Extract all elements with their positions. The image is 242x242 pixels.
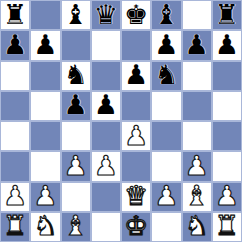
square-d7[interactable] — [91, 30, 121, 60]
square-c8[interactable]: ♝ — [61, 0, 91, 30]
square-e7[interactable] — [121, 30, 151, 60]
square-g5[interactable] — [182, 91, 212, 121]
square-a2[interactable]: ♟ — [0, 182, 30, 212]
black-pawn-icon[interactable]: ♟ — [124, 61, 148, 88]
chess-board: ♜♝♛♚♝♜♟♟♟♟♟♞♟♞♟♟♟♟♟♟♟♟♛♟♝♟♜♞♝♚♞♜ — [0, 0, 242, 242]
black-pawn-icon[interactable]: ♟ — [154, 31, 178, 58]
square-b2[interactable]: ♟ — [30, 182, 60, 212]
square-h3[interactable] — [212, 151, 242, 181]
square-f1[interactable] — [151, 212, 181, 242]
square-c3[interactable]: ♟ — [61, 151, 91, 181]
square-a4[interactable] — [0, 121, 30, 151]
square-f8[interactable]: ♝ — [151, 0, 181, 30]
white-knight-icon[interactable]: ♞ — [33, 212, 57, 239]
square-a7[interactable]: ♟ — [0, 30, 30, 60]
square-c1[interactable]: ♝ — [61, 212, 91, 242]
square-a1[interactable]: ♜ — [0, 212, 30, 242]
square-e1[interactable]: ♚ — [121, 212, 151, 242]
black-pawn-icon[interactable]: ♟ — [94, 91, 118, 118]
square-a5[interactable] — [0, 91, 30, 121]
square-h6[interactable] — [212, 61, 242, 91]
square-a3[interactable] — [0, 151, 30, 181]
square-e2[interactable]: ♛ — [121, 182, 151, 212]
black-bishop-icon[interactable]: ♝ — [154, 1, 178, 28]
square-h1[interactable]: ♜ — [212, 212, 242, 242]
square-e4[interactable]: ♟ — [121, 121, 151, 151]
square-g4[interactable] — [182, 121, 212, 151]
square-h2[interactable]: ♟ — [212, 182, 242, 212]
square-h8[interactable]: ♜ — [212, 0, 242, 30]
white-bishop-icon[interactable]: ♝ — [64, 212, 88, 239]
white-knight-icon[interactable]: ♞ — [185, 212, 209, 239]
white-pawn-icon[interactable]: ♟ — [3, 182, 27, 209]
square-f4[interactable] — [151, 121, 181, 151]
black-rook-icon[interactable]: ♜ — [215, 1, 239, 28]
square-b1[interactable]: ♞ — [30, 212, 60, 242]
square-e6[interactable]: ♟ — [121, 61, 151, 91]
square-d4[interactable] — [91, 121, 121, 151]
square-f2[interactable]: ♟ — [151, 182, 181, 212]
black-pawn-icon[interactable]: ♟ — [3, 31, 27, 58]
black-knight-icon[interactable]: ♞ — [64, 61, 88, 88]
square-e8[interactable]: ♚ — [121, 0, 151, 30]
white-pawn-icon[interactable]: ♟ — [185, 152, 209, 179]
white-pawn-icon[interactable]: ♟ — [64, 152, 88, 179]
black-rook-icon[interactable]: ♜ — [3, 1, 27, 28]
black-bishop-icon[interactable]: ♝ — [64, 1, 88, 28]
black-queen-icon[interactable]: ♛ — [94, 1, 118, 28]
square-d8[interactable]: ♛ — [91, 0, 121, 30]
white-rook-icon[interactable]: ♜ — [3, 212, 27, 239]
black-knight-icon[interactable]: ♞ — [154, 61, 178, 88]
black-pawn-icon[interactable]: ♟ — [33, 31, 57, 58]
white-pawn-icon[interactable]: ♟ — [124, 122, 148, 149]
white-pawn-icon[interactable]: ♟ — [215, 182, 239, 209]
square-e3[interactable] — [121, 151, 151, 181]
square-f6[interactable]: ♞ — [151, 61, 181, 91]
square-d2[interactable] — [91, 182, 121, 212]
square-a6[interactable] — [0, 61, 30, 91]
square-a8[interactable]: ♜ — [0, 0, 30, 30]
white-rook-icon[interactable]: ♜ — [215, 212, 239, 239]
square-b8[interactable] — [30, 0, 60, 30]
white-queen-icon[interactable]: ♛ — [124, 182, 148, 209]
square-c2[interactable] — [61, 182, 91, 212]
square-b3[interactable] — [30, 151, 60, 181]
white-pawn-icon[interactable]: ♟ — [154, 182, 178, 209]
black-pawn-icon[interactable]: ♟ — [215, 31, 239, 58]
square-d1[interactable] — [91, 212, 121, 242]
square-d3[interactable]: ♟ — [91, 151, 121, 181]
square-e5[interactable] — [121, 91, 151, 121]
square-c6[interactable]: ♞ — [61, 61, 91, 91]
square-c7[interactable] — [61, 30, 91, 60]
square-h4[interactable] — [212, 121, 242, 151]
square-f5[interactable] — [151, 91, 181, 121]
square-h7[interactable]: ♟ — [212, 30, 242, 60]
square-g1[interactable]: ♞ — [182, 212, 212, 242]
square-g8[interactable] — [182, 0, 212, 30]
square-b7[interactable]: ♟ — [30, 30, 60, 60]
black-king-icon[interactable]: ♚ — [124, 1, 148, 28]
white-pawn-icon[interactable]: ♟ — [33, 182, 57, 209]
square-c5[interactable]: ♟ — [61, 91, 91, 121]
square-c4[interactable] — [61, 121, 91, 151]
square-g7[interactable]: ♟ — [182, 30, 212, 60]
white-pawn-icon[interactable]: ♟ — [94, 152, 118, 179]
square-b5[interactable] — [30, 91, 60, 121]
white-bishop-icon[interactable]: ♝ — [185, 182, 209, 209]
square-g3[interactable]: ♟ — [182, 151, 212, 181]
square-d6[interactable] — [91, 61, 121, 91]
square-b6[interactable] — [30, 61, 60, 91]
square-f7[interactable]: ♟ — [151, 30, 181, 60]
black-pawn-icon[interactable]: ♟ — [185, 31, 209, 58]
black-pawn-icon[interactable]: ♟ — [64, 91, 88, 118]
square-g2[interactable]: ♝ — [182, 182, 212, 212]
square-h5[interactable] — [212, 91, 242, 121]
white-king-icon[interactable]: ♚ — [124, 212, 148, 239]
square-g6[interactable] — [182, 61, 212, 91]
square-f3[interactable] — [151, 151, 181, 181]
square-b4[interactable] — [30, 121, 60, 151]
square-d5[interactable]: ♟ — [91, 91, 121, 121]
